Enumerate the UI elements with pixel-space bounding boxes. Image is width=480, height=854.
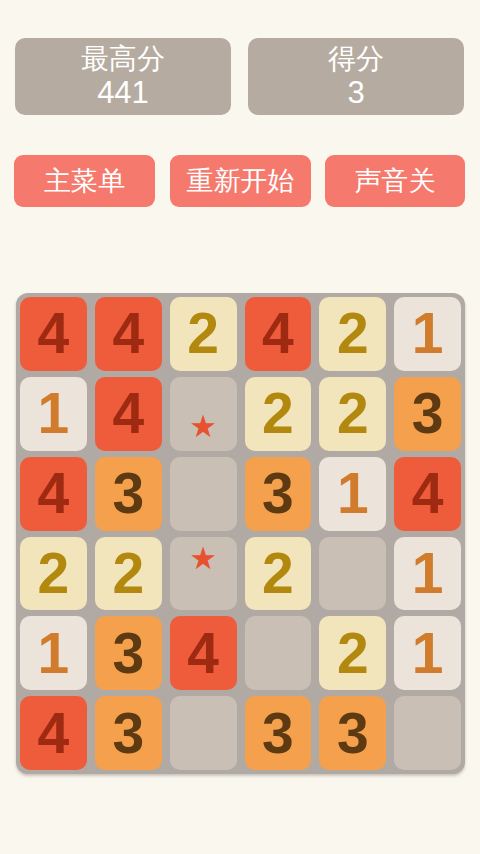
cell-r5c2: 3 [95, 616, 162, 690]
cell-r3c6: 4 [394, 457, 461, 531]
cell-r5c1: 1 [20, 616, 87, 690]
cell-r5c3: 4 [170, 616, 237, 690]
current-score-label: 得分 [328, 43, 384, 75]
best-score-value: 441 [97, 76, 149, 110]
cell-r6c2: 3 [95, 696, 162, 770]
cell-r5c6: 1 [394, 616, 461, 690]
cell-r2c6: 3 [394, 377, 461, 451]
cell-r2c4: 2 [245, 377, 312, 451]
cell-r1c4: 4 [245, 297, 312, 371]
sound-toggle-button[interactable]: 声音关 [325, 155, 465, 207]
current-score-box: 得分 3 [248, 38, 464, 115]
best-score-box: 最高分 441 [15, 38, 231, 115]
cell-r1c3: 2 [170, 297, 237, 371]
current-score-value: 3 [347, 76, 364, 110]
cell-r3c1: 4 [20, 457, 87, 531]
cell-r6c5: 3 [319, 696, 386, 770]
star-icon: ★ [170, 543, 237, 574]
cell-r4c3: ★ [170, 537, 237, 611]
cell-r2c2: 4 [95, 377, 162, 451]
cell-r6c6 [394, 696, 461, 770]
cell-r4c6: 1 [394, 537, 461, 611]
cell-r1c6: 1 [394, 297, 461, 371]
cell-r3c2: 3 [95, 457, 162, 531]
game-board[interactable]: 44242114★2234331422★21134214333 [16, 293, 465, 774]
cell-r5c5: 2 [319, 616, 386, 690]
cell-r3c4: 3 [245, 457, 312, 531]
main-menu-button[interactable]: 主菜单 [14, 155, 155, 207]
cell-r3c3 [170, 457, 237, 531]
cell-r6c4: 3 [245, 696, 312, 770]
cell-r1c2: 4 [95, 297, 162, 371]
cell-r5c4 [245, 616, 312, 690]
cell-r2c1: 1 [20, 377, 87, 451]
cell-r4c1: 2 [20, 537, 87, 611]
cell-r2c3: ★ [170, 377, 237, 451]
star-icon: ★ [170, 411, 237, 442]
restart-button[interactable]: 重新开始 [170, 155, 311, 207]
cell-r3c5: 1 [319, 457, 386, 531]
cell-r4c4: 2 [245, 537, 312, 611]
cell-r1c1: 4 [20, 297, 87, 371]
cell-r4c5 [319, 537, 386, 611]
best-score-label: 最高分 [81, 43, 165, 75]
cell-r2c5: 2 [319, 377, 386, 451]
cell-r4c2: 2 [95, 537, 162, 611]
cell-r6c1: 4 [20, 696, 87, 770]
cell-r1c5: 2 [319, 297, 386, 371]
cell-r6c3 [170, 696, 237, 770]
app-screen: 最高分 441 得分 3 主菜单 重新开始 声音关 44242114★22343… [0, 0, 480, 854]
board-grid: 44242114★2234331422★21134214333 [20, 297, 461, 770]
